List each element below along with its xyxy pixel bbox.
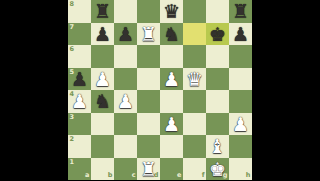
video-frame: 8♜♛♜7♟♟♜♞♚♟65♟♟♟♛4♟♞♟3♟♟2♝1abcd♜efg♚h	[0, 0, 320, 180]
left-black-bar	[0, 0, 68, 180]
square-g3[interactable]	[206, 113, 229, 136]
square-b3[interactable]	[91, 113, 114, 136]
square-c3[interactable]	[114, 113, 137, 136]
white-rook-d1[interactable]: ♜	[137, 158, 160, 181]
square-e5[interactable]: ♟	[160, 68, 183, 91]
square-b5[interactable]: ♟	[91, 68, 114, 91]
square-g1[interactable]: g♚	[206, 158, 229, 181]
file-label-b: b	[108, 172, 113, 179]
square-f8[interactable]	[183, 0, 206, 23]
white-pawn-h3[interactable]: ♟	[229, 113, 252, 136]
black-pawn-b7[interactable]: ♟	[91, 23, 114, 46]
square-c5[interactable]	[114, 68, 137, 91]
file-label-f: f	[202, 172, 205, 179]
square-f1[interactable]: f	[183, 158, 206, 181]
file-label-c: c	[132, 172, 136, 179]
square-h3[interactable]: ♟	[229, 113, 252, 136]
square-b1[interactable]: b	[91, 158, 114, 181]
square-e2[interactable]	[160, 135, 183, 158]
white-pawn-c4[interactable]: ♟	[114, 90, 137, 113]
square-d4[interactable]	[137, 90, 160, 113]
chess-board: 8♜♛♜7♟♟♜♞♚♟65♟♟♟♛4♟♞♟3♟♟2♝1abcd♜efg♚h	[68, 0, 252, 180]
white-king-g1[interactable]: ♚	[206, 158, 229, 181]
square-b4[interactable]: ♞	[91, 90, 114, 113]
rank-label-2: 2	[70, 136, 75, 143]
black-pawn-h7[interactable]: ♟	[229, 23, 252, 46]
square-h5[interactable]	[229, 68, 252, 91]
square-h7[interactable]: ♟	[229, 23, 252, 46]
square-f4[interactable]	[183, 90, 206, 113]
right-black-bar	[252, 0, 320, 180]
square-c6[interactable]	[114, 45, 137, 68]
square-f6[interactable]	[183, 45, 206, 68]
black-knight-b4[interactable]: ♞	[91, 90, 114, 113]
black-pawn-c7[interactable]: ♟	[114, 23, 137, 46]
file-label-a: a	[85, 172, 89, 179]
square-d8[interactable]	[137, 0, 160, 23]
square-d2[interactable]	[137, 135, 160, 158]
rank-label-7: 7	[70, 24, 75, 31]
rank-label-1: 1	[70, 159, 75, 166]
square-e1[interactable]: e	[160, 158, 183, 181]
square-a4[interactable]: 4♟	[68, 90, 91, 113]
rank-label-8: 8	[70, 1, 75, 8]
square-f2[interactable]	[183, 135, 206, 158]
square-b7[interactable]: ♟	[91, 23, 114, 46]
white-queen-f5[interactable]: ♛	[183, 68, 206, 91]
square-h4[interactable]	[229, 90, 252, 113]
square-g6[interactable]	[206, 45, 229, 68]
black-knight-e7[interactable]: ♞	[160, 23, 183, 46]
black-king-g7[interactable]: ♚	[206, 23, 229, 46]
white-pawn-e5[interactable]: ♟	[160, 68, 183, 91]
white-bishop-g2[interactable]: ♝	[206, 135, 229, 158]
square-h1[interactable]: h	[229, 158, 252, 181]
square-d7[interactable]: ♜	[137, 23, 160, 46]
square-h6[interactable]	[229, 45, 252, 68]
square-b8[interactable]: ♜	[91, 0, 114, 23]
rank-label-6: 6	[70, 46, 75, 53]
file-label-h: h	[246, 172, 251, 179]
square-e4[interactable]	[160, 90, 183, 113]
square-g7[interactable]: ♚	[206, 23, 229, 46]
square-a7[interactable]: 7	[68, 23, 91, 46]
square-d3[interactable]	[137, 113, 160, 136]
file-label-e: e	[177, 172, 181, 179]
square-e7[interactable]: ♞	[160, 23, 183, 46]
square-a8[interactable]: 8	[68, 0, 91, 23]
square-c7[interactable]: ♟	[114, 23, 137, 46]
square-g4[interactable]	[206, 90, 229, 113]
square-e6[interactable]	[160, 45, 183, 68]
square-a6[interactable]: 6	[68, 45, 91, 68]
square-a3[interactable]: 3	[68, 113, 91, 136]
rank-label-3: 3	[70, 114, 75, 121]
square-d1[interactable]: d♜	[137, 158, 160, 181]
black-pawn-a5[interactable]: ♟	[68, 68, 91, 91]
black-rook-h8[interactable]: ♜	[229, 0, 252, 23]
square-b6[interactable]	[91, 45, 114, 68]
square-c8[interactable]	[114, 0, 137, 23]
white-pawn-b5[interactable]: ♟	[91, 68, 114, 91]
square-e3[interactable]: ♟	[160, 113, 183, 136]
square-f7[interactable]	[183, 23, 206, 46]
square-f3[interactable]	[183, 113, 206, 136]
square-g8[interactable]	[206, 0, 229, 23]
square-c1[interactable]: c	[114, 158, 137, 181]
white-pawn-e3[interactable]: ♟	[160, 113, 183, 136]
square-h2[interactable]	[229, 135, 252, 158]
square-d6[interactable]	[137, 45, 160, 68]
square-g2[interactable]: ♝	[206, 135, 229, 158]
square-a5[interactable]: 5♟	[68, 68, 91, 91]
square-a2[interactable]: 2	[68, 135, 91, 158]
square-f5[interactable]: ♛	[183, 68, 206, 91]
square-c2[interactable]	[114, 135, 137, 158]
square-h8[interactable]: ♜	[229, 0, 252, 23]
white-pawn-a4[interactable]: ♟	[68, 90, 91, 113]
black-rook-b8[interactable]: ♜	[91, 0, 114, 23]
black-queen-e8[interactable]: ♛	[160, 0, 183, 23]
square-e8[interactable]: ♛	[160, 0, 183, 23]
square-g5[interactable]	[206, 68, 229, 91]
square-d5[interactable]	[137, 68, 160, 91]
square-c4[interactable]: ♟	[114, 90, 137, 113]
square-b2[interactable]	[91, 135, 114, 158]
square-a1[interactable]: 1a	[68, 158, 91, 181]
white-rook-d7[interactable]: ♜	[137, 23, 160, 46]
